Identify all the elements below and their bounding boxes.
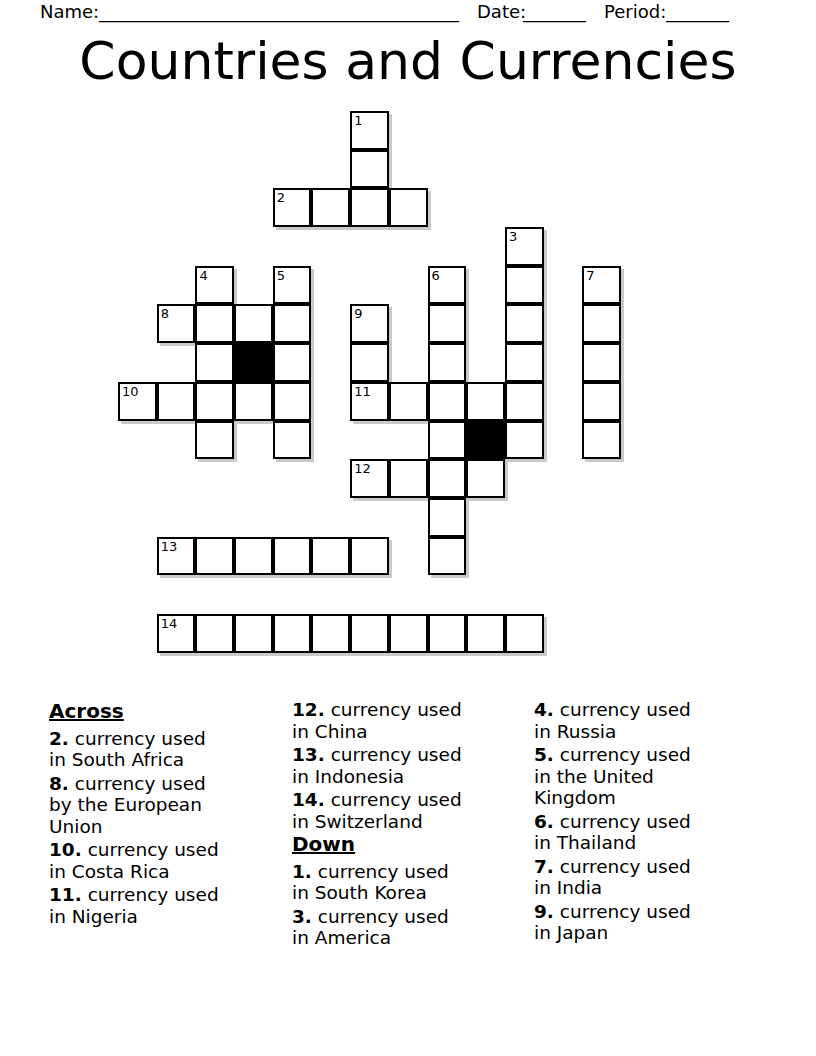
clue-item-number: 10. (49, 839, 82, 860)
clue-item: 1. currency used in South Korea (292, 861, 464, 904)
clue-number: 6 (432, 268, 440, 283)
clue-item: 10. currency used in Costa Rica (49, 839, 221, 882)
clues-heading-down: Down (292, 834, 464, 856)
clue-item: 3. currency used in America (292, 906, 464, 949)
grid-cell[interactable] (195, 537, 234, 576)
clue-number: 7 (586, 268, 594, 283)
grid-cell[interactable] (195, 343, 234, 382)
clue-item: 4. currency used in Russia (534, 699, 706, 742)
clue-number: 13 (161, 539, 178, 554)
grid-cell[interactable] (505, 304, 544, 343)
grid-cell[interactable] (582, 421, 621, 460)
grid-cell[interactable] (350, 343, 389, 382)
clue-column-middle: 12. currency used in China13. currency u… (292, 699, 464, 951)
clue-number: 11 (354, 384, 371, 399)
grid-cell[interactable] (428, 304, 467, 343)
name-label: Name: (40, 1, 99, 23)
grid-cell[interactable] (582, 343, 621, 382)
date-line: _______ (523, 1, 586, 23)
grid-cell[interactable] (157, 382, 196, 421)
clue-number: 1 (354, 113, 362, 128)
clue-number: 10 (122, 384, 139, 399)
clue-item: 2. currency used in South Africa (49, 728, 221, 771)
date-label: Date: (477, 1, 526, 23)
name-line: ________________________________________ (99, 1, 459, 23)
period-label: Period: (604, 1, 666, 23)
grid-cell[interactable] (389, 188, 428, 227)
clue-number: 8 (161, 306, 169, 321)
grid-cell[interactable] (311, 614, 350, 653)
grid-cell[interactable] (428, 498, 467, 537)
grid-cell[interactable] (389, 382, 428, 421)
grid-cell[interactable]: 13 (157, 537, 196, 576)
clue-item: 9. currency used in Japan (534, 901, 706, 944)
clue-number: 4 (199, 268, 207, 283)
period-line: _______ (666, 1, 729, 23)
clue-number: 2 (277, 190, 285, 205)
clue-item-number: 12. (292, 699, 325, 720)
clue-item-number: 7. (534, 856, 554, 877)
grid-cell[interactable] (350, 188, 389, 227)
grid-cell[interactable] (428, 614, 467, 653)
grid-cell[interactable] (389, 614, 428, 653)
grid-cell[interactable]: 9 (350, 304, 389, 343)
grid-cell[interactable] (273, 421, 312, 460)
clue-item-number: 11. (49, 884, 82, 905)
grid-cell[interactable] (505, 421, 544, 460)
clue-item: 12. currency used in China (292, 699, 464, 742)
grid-cell[interactable] (273, 537, 312, 576)
clue-item-number: 4. (534, 699, 554, 720)
crossword-grid: 1234567891011121314 (118, 111, 621, 653)
grid-cell[interactable] (273, 382, 312, 421)
grid-cell[interactable] (428, 421, 467, 460)
grid-cell[interactable] (428, 459, 467, 498)
grid-cell[interactable]: 6 (428, 266, 467, 305)
grid-cell[interactable] (195, 382, 234, 421)
clue-item: 6. currency used in Thailand (534, 811, 706, 854)
grid-cell[interactable] (234, 614, 273, 653)
clue-item: 13. currency used in Indonesia (292, 744, 464, 787)
grid-cell[interactable] (505, 382, 544, 421)
grid-cell[interactable] (234, 382, 273, 421)
clue-item: 7. currency used in India (534, 856, 706, 899)
clue-column-left: Across2. currency used in South Africa8.… (49, 699, 221, 929)
clue-item: 5. currency used in the United Kingdom (534, 744, 706, 809)
grid-cell[interactable]: 7 (582, 266, 621, 305)
clues-heading-across: Across (49, 701, 221, 723)
clue-item: 14. currency used in Switzerland (292, 789, 464, 832)
clue-item-number: 14. (292, 789, 325, 810)
grid-cell[interactable] (582, 382, 621, 421)
grid-cell[interactable] (389, 459, 428, 498)
black-cell (234, 343, 273, 382)
clue-item-number: 13. (292, 744, 325, 765)
page-title: Countries and Currencies (0, 33, 816, 89)
grid-cell[interactable] (466, 459, 505, 498)
grid-cell[interactable] (350, 614, 389, 653)
clue-item: 8. currency used by the European Union (49, 773, 221, 838)
grid-cell[interactable]: 3 (505, 227, 544, 266)
clue-item-number: 1. (292, 861, 312, 882)
grid-cell[interactable] (505, 266, 544, 305)
grid-cell[interactable] (234, 537, 273, 576)
clue-number: 3 (509, 229, 517, 244)
grid-cell[interactable]: 11 (350, 382, 389, 421)
grid-cell[interactable] (350, 537, 389, 576)
grid-cell[interactable] (195, 304, 234, 343)
grid-cell[interactable]: 4 (195, 266, 234, 305)
grid-cell[interactable] (273, 304, 312, 343)
black-cell (466, 421, 505, 460)
grid-cell[interactable]: 12 (350, 459, 389, 498)
grid-cell[interactable] (311, 188, 350, 227)
clue-item-number: 5. (534, 744, 554, 765)
clue-item-number: 8. (49, 773, 69, 794)
clue-column-right: 4. currency used in Russia5. currency us… (534, 699, 706, 946)
grid-cell[interactable] (195, 421, 234, 460)
grid-cell[interactable] (350, 150, 389, 189)
grid-cell[interactable]: 14 (157, 614, 196, 653)
clue-item-number: 3. (292, 906, 312, 927)
grid-cell[interactable] (505, 614, 544, 653)
grid-cell[interactable]: 10 (118, 382, 157, 421)
grid-cell[interactable] (428, 537, 467, 576)
grid-cell[interactable] (466, 382, 505, 421)
clue-item-number: 9. (534, 901, 554, 922)
grid-cell[interactable] (273, 343, 312, 382)
grid-cell[interactable] (428, 343, 467, 382)
grid-cell[interactable]: 1 (350, 111, 389, 150)
grid-cell[interactable]: 5 (273, 266, 312, 305)
grid-cell[interactable] (273, 614, 312, 653)
grid-cell[interactable] (428, 382, 467, 421)
clue-number: 5 (277, 268, 285, 283)
grid-cell[interactable] (466, 614, 505, 653)
grid-cell[interactable] (582, 304, 621, 343)
grid-cell[interactable] (195, 614, 234, 653)
grid-cell[interactable]: 2 (273, 188, 312, 227)
clue-number: 9 (354, 306, 362, 321)
grid-cell[interactable] (505, 343, 544, 382)
grid-cell[interactable] (311, 537, 350, 576)
clue-item: 11. currency used in Nigeria (49, 884, 221, 927)
grid-cell[interactable] (234, 304, 273, 343)
clue-number: 12 (354, 461, 371, 476)
clue-item-number: 6. (534, 811, 554, 832)
grid-cell[interactable]: 8 (157, 304, 196, 343)
worksheet-page: Name: __________________________________… (0, 0, 816, 1056)
clue-item-number: 2. (49, 728, 69, 749)
clue-number: 14 (161, 616, 178, 631)
